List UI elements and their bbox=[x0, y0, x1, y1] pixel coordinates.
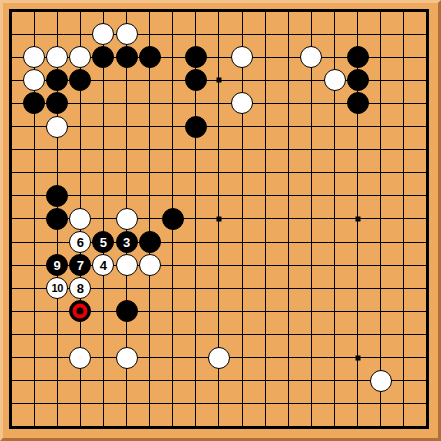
move-number-label: 5 bbox=[93, 232, 113, 252]
white-stone[interactable] bbox=[46, 116, 68, 138]
black-stone[interactable] bbox=[46, 92, 68, 114]
white-stone[interactable] bbox=[139, 254, 161, 276]
black-stone[interactable] bbox=[185, 69, 207, 91]
black-stone[interactable] bbox=[139, 46, 161, 68]
black-stone[interactable] bbox=[23, 92, 45, 114]
move-number-label: 7 bbox=[70, 255, 90, 275]
black-stone[interactable] bbox=[46, 208, 68, 230]
black-stone[interactable] bbox=[162, 208, 184, 230]
white-stone[interactable] bbox=[69, 46, 91, 68]
white-stone[interactable]: 8 bbox=[69, 277, 91, 299]
star-point bbox=[216, 216, 221, 221]
black-stone[interactable] bbox=[116, 46, 138, 68]
white-stone[interactable] bbox=[370, 370, 392, 392]
star-point bbox=[216, 78, 221, 83]
white-stone[interactable] bbox=[69, 208, 91, 230]
move-number-label: 10 bbox=[47, 278, 67, 298]
white-stone[interactable]: 6 bbox=[69, 231, 91, 253]
white-stone[interactable] bbox=[116, 254, 138, 276]
move-number-label: 8 bbox=[70, 278, 90, 298]
black-stone[interactable]: 3 bbox=[116, 231, 138, 253]
white-stone[interactable] bbox=[116, 208, 138, 230]
black-stone[interactable] bbox=[185, 116, 207, 138]
black-stone[interactable] bbox=[139, 231, 161, 253]
go-board: 653974108 bbox=[0, 0, 441, 441]
black-stone[interactable] bbox=[347, 92, 369, 114]
white-stone[interactable]: 10 bbox=[46, 277, 68, 299]
white-stone[interactable] bbox=[300, 46, 322, 68]
white-stone[interactable] bbox=[208, 347, 230, 369]
black-stone[interactable] bbox=[116, 300, 138, 322]
white-stone[interactable] bbox=[46, 46, 68, 68]
black-stone[interactable]: 9 bbox=[46, 254, 68, 276]
black-stone[interactable] bbox=[69, 300, 91, 322]
star-point bbox=[355, 216, 360, 221]
black-stone[interactable] bbox=[69, 69, 91, 91]
black-stone[interactable] bbox=[347, 69, 369, 91]
white-stone[interactable]: 4 bbox=[92, 254, 114, 276]
move-number-label: 9 bbox=[47, 255, 67, 275]
white-stone[interactable] bbox=[231, 46, 253, 68]
black-stone[interactable] bbox=[185, 46, 207, 68]
white-stone[interactable] bbox=[23, 69, 45, 91]
move-number-label: 4 bbox=[93, 255, 113, 275]
black-stone[interactable] bbox=[92, 46, 114, 68]
white-stone[interactable] bbox=[116, 347, 138, 369]
red-circle-marker bbox=[73, 304, 88, 319]
white-stone[interactable] bbox=[69, 347, 91, 369]
white-stone[interactable] bbox=[324, 69, 346, 91]
black-stone[interactable] bbox=[46, 69, 68, 91]
white-stone[interactable] bbox=[92, 23, 114, 45]
move-number-label: 3 bbox=[117, 232, 137, 252]
white-stone[interactable] bbox=[23, 46, 45, 68]
white-stone[interactable] bbox=[231, 92, 253, 114]
black-stone[interactable] bbox=[347, 46, 369, 68]
black-stone[interactable] bbox=[46, 185, 68, 207]
black-stone[interactable]: 7 bbox=[69, 254, 91, 276]
star-point bbox=[355, 355, 360, 360]
black-stone[interactable]: 5 bbox=[92, 231, 114, 253]
white-stone[interactable] bbox=[116, 23, 138, 45]
move-number-label: 6 bbox=[70, 232, 90, 252]
